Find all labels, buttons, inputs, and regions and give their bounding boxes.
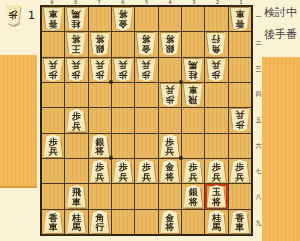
square-4-3[interactable] [159,58,181,82]
square-1-9[interactable]: 香車 [229,210,251,234]
piece-gote-pawn[interactable]: 歩兵 [43,58,63,81]
piece-kanji: 兵 [119,59,128,69]
square-9-2[interactable] [42,32,64,56]
square-7-6[interactable]: 銀将 [89,134,111,158]
rank-label-6: 六 [254,133,263,159]
piece-gote-bishop[interactable]: 角行 [206,33,226,56]
rank-label-3: 三 [254,56,263,82]
piece-kanji: 車 [235,223,244,233]
piece-kanji: 将 [165,223,174,233]
piece-gote-king[interactable]: 王将 [66,33,86,56]
piece-kanji: 歩 [212,69,221,79]
square-6-5[interactable] [112,108,134,132]
square-4-5[interactable] [159,108,181,132]
piece-sente-pawn[interactable]: 歩兵 [160,134,180,157]
square-5-3[interactable]: 歩兵 [135,58,157,82]
piece-gote-lance[interactable]: 香車 [43,8,63,31]
piece-kanji: 兵 [165,147,174,157]
piece-kanji: 兵 [142,172,151,182]
piece-gote-silver[interactable]: 銀将 [90,33,110,56]
square-1-6[interactable] [229,134,251,158]
rank-label-2: 二 [254,31,263,57]
piece-kanji: 歩 [95,69,104,79]
piece-kanji: 桂 [189,69,198,79]
square-9-1[interactable]: 香車 [42,7,64,31]
piece-gote-gold[interactable]: 金将 [113,8,133,31]
square-3-4[interactable]: 飛車 [182,83,204,107]
square-2-6[interactable] [205,134,227,158]
square-3-2[interactable] [182,32,204,56]
square-8-5[interactable]: 歩兵 [65,108,87,132]
square-8-8[interactable]: 飛車 [65,184,87,208]
square-6-1[interactable]: 金将 [112,7,134,31]
board-grid: 香車桂馬金将香車王将銀将金将銀将角行歩兵歩兵歩兵歩兵歩兵桂馬歩兵歩兵飛車歩兵歩兵… [42,7,251,234]
square-8-9[interactable]: 桂馬 [65,210,87,234]
piece-gote-pawn[interactable]: 歩兵 [136,58,156,81]
piece-kanji: 馬 [72,223,81,233]
piece-kanji: 香 [49,18,58,28]
piece-kanji: 歩 [49,69,58,79]
square-2-9[interactable]: 桂馬 [205,210,227,234]
square-6-8[interactable] [112,184,134,208]
status-turn: 後手番 [264,29,300,41]
square-5-4[interactable] [135,83,157,107]
piece-kanji: 飛 [189,94,198,104]
piece-gote-rook[interactable]: 飛車 [183,84,203,107]
piece-kanji: 行 [95,223,104,233]
piece-kanji: 兵 [165,85,174,95]
piece-sente-pawn[interactable]: 歩兵 [90,160,110,183]
status-area: 検討中 後手番 [264,7,300,51]
piece-kanji: 将 [72,34,81,44]
piece-kanji: 兵 [189,172,198,182]
square-8-3[interactable]: 歩兵 [65,58,87,82]
piece-kanji: 歩 [119,69,128,79]
rank-label-9: 九 [254,210,263,236]
square-2-1[interactable] [205,7,227,31]
piece-gote-gold[interactable]: 金将 [136,33,156,56]
status-analyzing: 検討中 [264,7,300,19]
square-8-7[interactable] [65,159,87,183]
square-9-4[interactable] [42,83,64,107]
piece-gote-knight[interactable]: 桂馬 [66,8,86,31]
square-5-8[interactable] [135,184,157,208]
square-3-9[interactable] [182,210,204,234]
piece-gote-knight[interactable]: 桂馬 [183,58,203,81]
piece-kanji: 王 [72,43,81,53]
shogi-board: 香車桂馬金将香車王将銀将金将銀将角行歩兵歩兵歩兵歩兵歩兵桂馬歩兵歩兵飛車歩兵歩兵… [40,5,253,236]
square-9-8[interactable] [42,184,64,208]
piece-kanji: 香 [235,18,244,28]
square-4-8[interactable] [159,184,181,208]
piece-kanji: 兵 [119,172,128,182]
rank-label-8: 八 [254,185,263,211]
square-7-1[interactable] [89,7,111,31]
square-6-6[interactable] [112,134,134,158]
piece-gote-pawn[interactable]: 歩兵 [230,109,250,132]
komadai-gote-panel [0,55,37,188]
square-5-7[interactable]: 歩兵 [135,159,157,183]
piece-gote-lance[interactable]: 香車 [230,8,250,31]
piece-kanji: 行 [212,34,221,44]
square-4-7[interactable]: 金将 [159,159,181,183]
rank-label-7: 七 [254,159,263,185]
piece-sente-pawn[interactable]: 歩兵 [66,109,86,132]
square-5-5[interactable] [135,108,157,132]
square-5-1[interactable] [135,7,157,31]
piece-kanji: 兵 [49,147,58,157]
piece-sente-bishop[interactable]: 角行 [90,210,110,233]
hand-piece-kanji: 歩 [9,9,18,22]
square-5-2[interactable]: 金将 [135,32,157,56]
piece-kanji: 兵 [95,59,104,69]
piece-sente-knight[interactable]: 桂馬 [206,210,226,233]
piece-gote-pawn[interactable]: 歩兵 [160,84,180,107]
square-9-3[interactable]: 歩兵 [42,58,64,82]
square-2-8[interactable]: 玉将 [205,184,227,208]
square-3-6[interactable] [182,134,204,158]
square-8-6[interactable] [65,134,87,158]
piece-kanji: 角 [212,43,221,53]
komadai-sente-panel [262,57,300,241]
piece-kanji: 馬 [212,223,221,233]
square-7-9[interactable]: 角行 [89,210,111,234]
square-4-4[interactable]: 歩兵 [159,83,181,107]
square-1-3[interactable] [229,58,251,82]
piece-kanji: 車 [49,9,58,19]
piece-kanji: 将 [95,34,104,44]
piece-kanji: 兵 [235,110,244,120]
square-1-2[interactable] [229,32,251,56]
piece-kanji: 銀 [165,43,174,53]
square-9-6[interactable]: 歩兵 [42,134,64,158]
square-6-9[interactable] [112,210,134,234]
square-6-7[interactable]: 歩兵 [112,159,134,183]
piece-kanji: 銀 [95,43,104,53]
square-9-5[interactable] [42,108,64,132]
piece-kanji: 車 [72,197,81,207]
square-2-2[interactable]: 角行 [205,32,227,56]
rank-label-5: 五 [254,108,263,134]
piece-kanji: 兵 [212,172,221,182]
piece-kanji: 金 [119,18,128,28]
piece-kanji: 兵 [72,121,81,131]
square-5-6[interactable] [135,134,157,158]
piece-kanji: 兵 [49,59,58,69]
square-9-7[interactable] [42,159,64,183]
square-6-4[interactable] [112,83,134,107]
piece-sente-pawn[interactable]: 歩兵 [230,160,250,183]
gote-hand-area: 歩 1 [5,5,35,25]
piece-kanji: 歩 [235,119,244,129]
rank-labels: 一二三四五六七八九 [254,5,263,236]
piece-kanji: 兵 [72,59,81,69]
piece-sente-pawn[interactable]: 歩兵 [113,160,133,183]
piece-sente-rook[interactable]: 飛車 [66,185,86,208]
piece-gote-pawn-in-hand[interactable]: 歩 [5,5,21,25]
piece-gote-pawn[interactable]: 歩兵 [90,58,110,81]
piece-sente-pawn[interactable]: 歩兵 [136,160,156,183]
square-4-2[interactable]: 銀将 [159,32,181,56]
square-2-4[interactable] [205,83,227,107]
piece-kanji: 将 [189,197,198,207]
piece-gote-pawn[interactable]: 歩兵 [206,58,226,81]
square-6-3[interactable]: 歩兵 [112,58,134,82]
piece-kanji: 将 [165,34,174,44]
gote-hand-pawn-count: 1 [28,9,35,22]
piece-kanji: 馬 [189,59,198,69]
square-7-7[interactable]: 歩兵 [89,159,111,183]
piece-kanji: 将 [95,147,104,157]
square-7-5[interactable] [89,108,111,132]
piece-sente-pawn[interactable]: 歩兵 [43,134,63,157]
square-7-2[interactable]: 銀将 [89,32,111,56]
piece-kanji: 桂 [72,18,81,28]
piece-kanji: 兵 [212,59,221,69]
piece-sente-gold[interactable]: 金将 [160,160,180,183]
square-1-5[interactable]: 歩兵 [229,108,251,132]
piece-kanji: 金 [142,43,151,53]
square-4-6[interactable]: 歩兵 [159,134,181,158]
rank-label-1: 一 [254,5,263,31]
piece-sente-silver[interactable]: 銀将 [183,185,203,208]
square-1-8[interactable] [229,184,251,208]
square-7-4[interactable] [89,83,111,107]
piece-kanji: 兵 [142,59,151,69]
piece-sente-silver[interactable]: 銀将 [90,134,110,157]
square-3-3[interactable]: 桂馬 [182,58,204,82]
square-8-2[interactable]: 王将 [65,32,87,56]
rank-label-4: 四 [254,82,263,108]
square-8-1[interactable]: 桂馬 [65,7,87,31]
piece-kanji: 兵 [235,172,244,182]
piece-kanji: 歩 [142,69,151,79]
piece-kanji: 兵 [95,172,104,182]
piece-kanji: 将 [142,34,151,44]
square-1-4[interactable] [229,83,251,107]
square-1-1[interactable]: 香車 [229,7,251,31]
piece-sente-knight[interactable]: 桂馬 [66,210,86,233]
piece-sente-lance[interactable]: 香車 [43,210,63,233]
square-4-1[interactable] [159,7,181,31]
square-7-8[interactable] [89,184,111,208]
piece-kanji: 歩 [165,94,174,104]
piece-sente-lance[interactable]: 香車 [230,210,250,233]
piece-kanji: 将 [165,172,174,182]
square-8-4[interactable] [65,83,87,107]
piece-kanji: 車 [49,223,58,233]
piece-gote-pawn[interactable]: 歩兵 [66,58,86,81]
square-9-9[interactable]: 香車 [42,210,64,234]
piece-kanji: 将 [212,197,221,207]
square-7-3[interactable]: 歩兵 [89,58,111,82]
square-5-9[interactable] [135,210,157,234]
square-1-7[interactable]: 歩兵 [229,159,251,183]
square-4-9[interactable]: 金将 [159,210,181,234]
piece-kanji: 車 [189,85,198,95]
piece-kanji: 将 [119,9,128,19]
piece-sente-pawn[interactable]: 歩兵 [183,160,203,183]
piece-sente-king[interactable]: 玉将 [206,185,226,208]
square-2-5[interactable] [205,108,227,132]
square-6-2[interactable] [112,32,134,56]
square-2-3[interactable]: 歩兵 [205,58,227,82]
piece-kanji: 馬 [72,9,81,19]
piece-kanji: 歩 [72,69,81,79]
piece-sente-pawn[interactable]: 歩兵 [206,160,226,183]
square-2-7[interactable]: 歩兵 [205,159,227,183]
square-3-1[interactable] [182,7,204,31]
piece-sente-gold[interactable]: 金将 [160,210,180,233]
piece-gote-silver[interactable]: 銀将 [160,33,180,56]
piece-gote-pawn[interactable]: 歩兵 [113,58,133,81]
square-3-5[interactable] [182,108,204,132]
piece-kanji: 車 [235,9,244,19]
square-3-8[interactable]: 銀将 [182,184,204,208]
square-3-7[interactable]: 歩兵 [182,159,204,183]
